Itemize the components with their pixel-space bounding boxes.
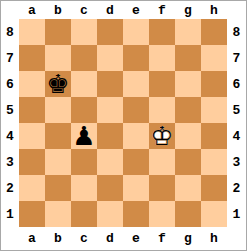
file-label-g-top: g xyxy=(175,1,201,19)
file-label: b xyxy=(54,4,62,17)
file-label-b-bottom: b xyxy=(45,227,71,250)
rank-label-4-right: 4 xyxy=(227,123,246,149)
file-label: g xyxy=(184,232,192,245)
square-f2[interactable] xyxy=(149,175,175,201)
square-a3[interactable] xyxy=(19,149,45,175)
rank-label: 4 xyxy=(233,130,241,143)
corner xyxy=(1,1,19,19)
rank-label-5-right: 5 xyxy=(227,97,246,123)
square-f4[interactable]: ♚♔ xyxy=(149,123,175,149)
square-a6[interactable] xyxy=(19,71,45,97)
rank-label-8-left: 8 xyxy=(1,19,19,45)
file-label-c-bottom: c xyxy=(71,227,97,250)
rank-label-4-left: 4 xyxy=(1,123,19,149)
file-label: a xyxy=(28,232,36,245)
corner xyxy=(1,227,19,250)
square-g2[interactable] xyxy=(175,175,201,201)
file-label-g-bottom: g xyxy=(175,227,201,250)
file-label: h xyxy=(210,4,218,17)
chess-board: abcdefgh88776♚6554♟♚♔4332211abcdefgh xyxy=(1,1,246,250)
square-a5[interactable] xyxy=(19,97,45,123)
square-d1[interactable] xyxy=(97,201,123,227)
file-label: b xyxy=(54,232,62,245)
square-b7[interactable] xyxy=(45,45,71,71)
square-h6[interactable] xyxy=(201,71,227,97)
square-c2[interactable] xyxy=(71,175,97,201)
square-g8[interactable] xyxy=(175,19,201,45)
square-g3[interactable] xyxy=(175,149,201,175)
rank-label: 8 xyxy=(233,26,241,39)
square-d5[interactable] xyxy=(97,97,123,123)
square-h1[interactable] xyxy=(201,201,227,227)
square-e7[interactable] xyxy=(123,45,149,71)
square-b2[interactable] xyxy=(45,175,71,201)
file-label-b-top: b xyxy=(45,1,71,19)
square-a8[interactable] xyxy=(19,19,45,45)
square-f6[interactable] xyxy=(149,71,175,97)
file-label: f xyxy=(158,4,166,17)
square-f8[interactable] xyxy=(149,19,175,45)
square-c1[interactable] xyxy=(71,201,97,227)
square-f3[interactable] xyxy=(149,149,175,175)
square-a7[interactable] xyxy=(19,45,45,71)
white-king-outline: ♔ xyxy=(149,123,175,149)
rank-label: 4 xyxy=(6,130,14,143)
rank-label: 3 xyxy=(233,156,241,169)
square-e8[interactable] xyxy=(123,19,149,45)
square-e2[interactable] xyxy=(123,175,149,201)
file-label-e-top: e xyxy=(123,1,149,19)
file-label-d-bottom: d xyxy=(97,227,123,250)
square-b8[interactable] xyxy=(45,19,71,45)
square-h7[interactable] xyxy=(201,45,227,71)
square-e6[interactable] xyxy=(123,71,149,97)
rank-label-6-right: 6 xyxy=(227,71,246,97)
square-g4[interactable] xyxy=(175,123,201,149)
square-c5[interactable] xyxy=(71,97,97,123)
square-g1[interactable] xyxy=(175,201,201,227)
rank-label-1-left: 1 xyxy=(1,201,19,227)
square-b1[interactable] xyxy=(45,201,71,227)
square-d7[interactable] xyxy=(97,45,123,71)
square-d2[interactable] xyxy=(97,175,123,201)
square-c3[interactable] xyxy=(71,149,97,175)
rank-label: 1 xyxy=(6,208,14,221)
rank-label-5-left: 5 xyxy=(1,97,19,123)
black-king-piece[interactable]: ♚ xyxy=(46,71,69,97)
rank-label: 7 xyxy=(6,52,14,65)
file-label-f-bottom: f xyxy=(149,227,175,250)
square-f5[interactable] xyxy=(149,97,175,123)
square-f1[interactable] xyxy=(149,201,175,227)
square-b6[interactable]: ♚ xyxy=(45,71,71,97)
corner xyxy=(227,1,246,19)
file-label-e-bottom: e xyxy=(123,227,149,250)
square-d6[interactable] xyxy=(97,71,123,97)
square-e5[interactable] xyxy=(123,97,149,123)
chess-diagram: abcdefgh88776♚6554♟♚♔4332211abcdefgh xyxy=(0,0,247,251)
file-label-h-bottom: h xyxy=(201,227,227,250)
file-label: d xyxy=(106,232,114,245)
rank-label: 3 xyxy=(6,156,14,169)
black-pawn-piece[interactable]: ♟ xyxy=(72,123,95,149)
rank-label: 5 xyxy=(233,104,241,117)
file-label: g xyxy=(184,4,192,17)
square-h4[interactable] xyxy=(201,123,227,149)
square-a1[interactable] xyxy=(19,201,45,227)
rank-label: 7 xyxy=(233,52,241,65)
file-label-d-top: d xyxy=(97,1,123,19)
file-label: f xyxy=(158,232,166,245)
square-a4[interactable] xyxy=(19,123,45,149)
rank-label-3-left: 3 xyxy=(1,149,19,175)
file-label-h-top: h xyxy=(201,1,227,19)
rank-label: 8 xyxy=(6,26,14,39)
square-b4[interactable] xyxy=(45,123,71,149)
file-label-c-top: c xyxy=(71,1,97,19)
file-label-a-top: a xyxy=(19,1,45,19)
square-h2[interactable] xyxy=(201,175,227,201)
file-label: d xyxy=(106,4,114,17)
rank-label: 5 xyxy=(6,104,14,117)
file-label: h xyxy=(210,232,218,245)
rank-label-7-left: 7 xyxy=(1,45,19,71)
square-f7[interactable] xyxy=(149,45,175,71)
rank-label: 2 xyxy=(6,182,14,195)
file-label-a-bottom: a xyxy=(19,227,45,250)
square-c6[interactable] xyxy=(71,71,97,97)
rank-label: 6 xyxy=(233,78,241,91)
file-label: c xyxy=(80,4,88,17)
square-e4[interactable] xyxy=(123,123,149,149)
square-d4[interactable] xyxy=(97,123,123,149)
rank-label-6-left: 6 xyxy=(1,71,19,97)
square-c7[interactable] xyxy=(71,45,97,71)
square-e3[interactable] xyxy=(123,149,149,175)
file-label: e xyxy=(132,232,140,245)
rank-label: 2 xyxy=(233,182,241,195)
rank-label: 6 xyxy=(6,78,14,91)
square-g5[interactable] xyxy=(175,97,201,123)
file-label: a xyxy=(28,4,36,17)
rank-label-8-right: 8 xyxy=(227,19,246,45)
square-h5[interactable] xyxy=(201,97,227,123)
square-b5[interactable] xyxy=(45,97,71,123)
square-d3[interactable] xyxy=(97,149,123,175)
square-c4[interactable]: ♟ xyxy=(71,123,97,149)
square-g7[interactable] xyxy=(175,45,201,71)
rank-label-2-left: 2 xyxy=(1,175,19,201)
white-king-piece[interactable]: ♚♔ xyxy=(149,123,175,149)
square-h8[interactable] xyxy=(201,19,227,45)
square-b3[interactable] xyxy=(45,149,71,175)
rank-label-3-right: 3 xyxy=(227,149,246,175)
corner xyxy=(227,227,246,250)
rank-label-2-right: 2 xyxy=(227,175,246,201)
square-g6[interactable] xyxy=(175,71,201,97)
square-c8[interactable] xyxy=(71,19,97,45)
file-label-f-top: f xyxy=(149,1,175,19)
square-d8[interactable] xyxy=(97,19,123,45)
file-label: e xyxy=(132,4,140,17)
square-h3[interactable] xyxy=(201,149,227,175)
rank-label: 1 xyxy=(233,208,241,221)
square-a2[interactable] xyxy=(19,175,45,201)
rank-label-1-right: 1 xyxy=(227,201,246,227)
square-e1[interactable] xyxy=(123,201,149,227)
rank-label-7-right: 7 xyxy=(227,45,246,71)
file-label: c xyxy=(80,232,88,245)
